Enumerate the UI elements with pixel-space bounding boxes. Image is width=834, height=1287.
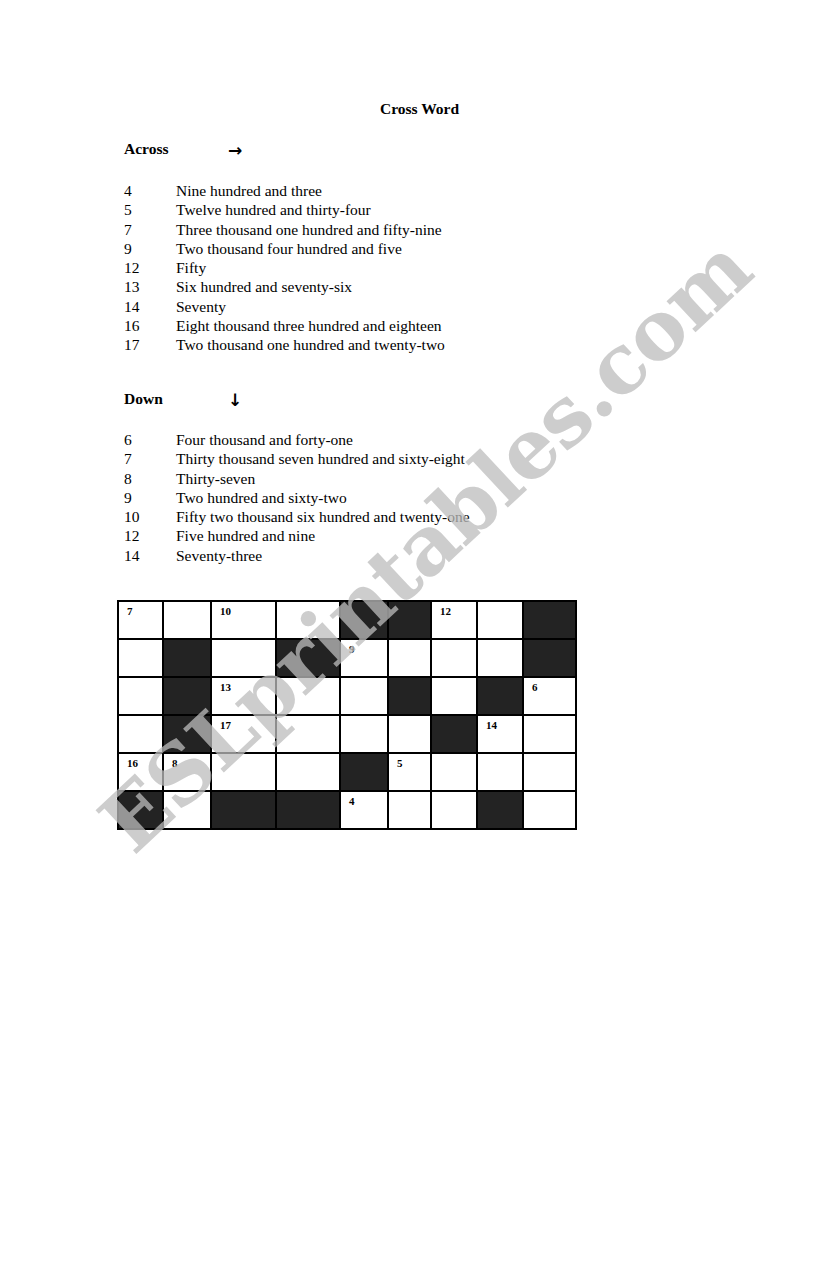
clue-text: Four thousand and forty-one	[176, 431, 353, 448]
cell-number: 10	[220, 605, 231, 617]
grid-cell-r3c4[interactable]	[277, 678, 341, 716]
grid-cell-r2c4	[277, 640, 341, 678]
grid-cell-r1c8[interactable]	[478, 602, 524, 640]
grid-cell-r4c3[interactable]: 17	[212, 716, 277, 754]
page-title: Cross Word	[380, 100, 459, 118]
clue-number: 12	[124, 258, 176, 277]
grid-cell-r4c9[interactable]	[524, 716, 577, 754]
clue-number: 14	[124, 546, 176, 565]
clue-across-12: 12Fifty	[124, 258, 445, 277]
grid-cell-r6c5[interactable]: 4	[341, 792, 389, 830]
grid-cell-r3c2	[164, 678, 212, 716]
down-label: Down	[124, 390, 163, 407]
grid-cell-r3c1[interactable]	[119, 678, 164, 716]
grid-cell-r3c6	[389, 678, 432, 716]
grid-cell-r2c6[interactable]	[389, 640, 432, 678]
grid-cell-r1c1[interactable]: 7	[119, 602, 164, 640]
clue-down-12: 12Five hundred and nine	[124, 526, 470, 545]
grid-cell-r3c5[interactable]	[341, 678, 389, 716]
grid-cell-r2c9	[524, 640, 577, 678]
grid-cell-r4c2	[164, 716, 212, 754]
grid-cell-r6c2[interactable]	[164, 792, 212, 830]
clue-across-16: 16Eight thousand three hundred and eight…	[124, 316, 445, 335]
grid-cell-r1c5	[341, 602, 389, 640]
grid-cell-r3c7[interactable]	[432, 678, 478, 716]
clue-number: 9	[124, 488, 176, 507]
cell-number: 9	[349, 643, 355, 655]
grid-cell-r5c9[interactable]	[524, 754, 577, 792]
clue-number: 7	[124, 449, 176, 468]
grid-cell-r5c6[interactable]: 5	[389, 754, 432, 792]
grid-cell-r5c8[interactable]	[478, 754, 524, 792]
grid-cell-r5c5	[341, 754, 389, 792]
clue-number: 12	[124, 526, 176, 545]
grid-cell-r2c2	[164, 640, 212, 678]
clue-across-4: 4Nine hundred and three	[124, 181, 445, 200]
grid-cell-r1c3[interactable]: 10	[212, 602, 277, 640]
across-clue-list: 4Nine hundred and three5Twelve hundred a…	[124, 181, 445, 355]
down-header: Down ↓	[124, 390, 424, 412]
cell-number: 14	[486, 719, 497, 731]
grid-cell-r6c8	[478, 792, 524, 830]
grid-cell-r5c2[interactable]: 8	[164, 754, 212, 792]
clue-text: Five hundred and nine	[176, 527, 315, 544]
clue-number: 7	[124, 220, 176, 239]
grid-cell-r1c4[interactable]	[277, 602, 341, 640]
clue-text: Eight thousand three hundred and eightee…	[176, 317, 442, 334]
grid-cell-r1c2[interactable]	[164, 602, 212, 640]
grid-cell-r5c1[interactable]: 16	[119, 754, 164, 792]
clue-down-10: 10Fifty two thousand six hundred and twe…	[124, 507, 470, 526]
cell-number: 13	[220, 681, 231, 693]
clue-down-8: 8Thirty-seven	[124, 469, 470, 488]
clue-text: Six hundred and seventy-six	[176, 278, 352, 295]
grid-cell-r1c7[interactable]: 12	[432, 602, 478, 640]
grid-cell-r2c7[interactable]	[432, 640, 478, 678]
clue-across-9: 9Two thousand four hundred and five	[124, 239, 445, 258]
grid-cell-r4c1[interactable]	[119, 716, 164, 754]
cell-number: 6	[532, 681, 538, 693]
grid-cell-r2c5[interactable]: 9	[341, 640, 389, 678]
clue-across-17: 17Two thousand one hundred and twenty-tw…	[124, 335, 445, 354]
clue-across-5: 5Twelve hundred and thirty-four	[124, 200, 445, 219]
cell-number: 12	[440, 605, 451, 617]
clue-number: 14	[124, 297, 176, 316]
grid-cell-r6c6[interactable]	[389, 792, 432, 830]
grid-cell-r6c1	[119, 792, 164, 830]
grid-cell-r4c6[interactable]	[389, 716, 432, 754]
across-header: Across →	[124, 140, 424, 162]
cell-number: 5	[397, 757, 403, 769]
clue-down-9: 9Two hundred and sixty-two	[124, 488, 470, 507]
crossword-grid: 710129136171416854	[117, 600, 577, 830]
grid-cell-r5c7[interactable]	[432, 754, 478, 792]
grid-cell-r6c7[interactable]	[432, 792, 478, 830]
grid-cell-r1c9	[524, 602, 577, 640]
clue-text: Twelve hundred and thirty-four	[176, 201, 371, 218]
cell-number: 7	[127, 605, 133, 617]
clue-number: 8	[124, 469, 176, 488]
clue-number: 4	[124, 181, 176, 200]
clue-number: 6	[124, 430, 176, 449]
clue-text: Two hundred and sixty-two	[176, 489, 347, 506]
grid-cell-r4c4[interactable]	[277, 716, 341, 754]
grid-cell-r4c8[interactable]: 14	[478, 716, 524, 754]
clue-text: Seventy	[176, 298, 226, 315]
grid-cell-r3c3[interactable]: 13	[212, 678, 277, 716]
grid-cell-r2c1[interactable]	[119, 640, 164, 678]
grid-cell-r2c3[interactable]	[212, 640, 277, 678]
clue-number: 16	[124, 316, 176, 335]
worksheet-page: Cross Word Across → 4Nine hundred and th…	[0, 0, 834, 1287]
clue-text: Fifty two thousand six hundred and twent…	[176, 508, 470, 525]
clue-number: 10	[124, 507, 176, 526]
clue-number: 17	[124, 335, 176, 354]
grid-cell-r1c6	[389, 602, 432, 640]
clue-text: Three thousand one hundred and fifty-nin…	[176, 221, 442, 238]
clue-number: 9	[124, 239, 176, 258]
clue-across-13: 13Six hundred and seventy-six	[124, 277, 445, 296]
grid-cell-r4c7	[432, 716, 478, 754]
clue-text: Two thousand one hundred and twenty-two	[176, 336, 445, 353]
grid-cell-r3c9[interactable]: 6	[524, 678, 577, 716]
down-arrow-icon: ↓	[228, 390, 242, 410]
clue-text: Nine hundred and three	[176, 182, 322, 199]
clue-text: Thirty-seven	[176, 470, 255, 487]
cell-number: 17	[220, 719, 231, 731]
clue-text: Two thousand four hundred and five	[176, 240, 402, 257]
grid-cell-r5c3[interactable]	[212, 754, 277, 792]
grid-cell-r6c3	[212, 792, 277, 830]
clue-down-7: 7Thirty thousand seven hundred and sixty…	[124, 449, 470, 468]
grid-cell-r5c4[interactable]	[277, 754, 341, 792]
grid-cell-r4c5[interactable]	[341, 716, 389, 754]
grid-cell-r2c8[interactable]	[478, 640, 524, 678]
down-clue-list: 6Four thousand and forty-one7Thirty thou…	[124, 430, 470, 565]
clue-down-14: 14Seventy-three	[124, 546, 470, 565]
clue-text: Thirty thousand seven hundred and sixty-…	[176, 450, 465, 467]
clue-down-6: 6Four thousand and forty-one	[124, 430, 470, 449]
clue-text: Seventy-three	[176, 547, 262, 564]
clue-text: Fifty	[176, 259, 206, 276]
clue-across-14: 14Seventy	[124, 297, 445, 316]
across-label: Across	[124, 140, 169, 157]
clue-across-7: 7Three thousand one hundred and fifty-ni…	[124, 220, 445, 239]
grid-cell-r3c8	[478, 678, 524, 716]
grid-cell-r6c4	[277, 792, 341, 830]
right-arrow-icon: →	[228, 140, 242, 160]
clue-number: 5	[124, 200, 176, 219]
grid-cell-r6c9[interactable]	[524, 792, 577, 830]
cell-number: 16	[127, 757, 138, 769]
cell-number: 4	[349, 795, 355, 807]
cell-number: 8	[172, 757, 178, 769]
clue-number: 13	[124, 277, 176, 296]
